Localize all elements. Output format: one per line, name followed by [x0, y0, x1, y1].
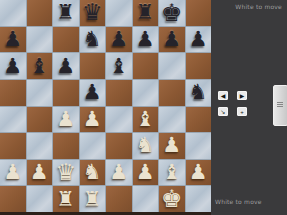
black-pawn[interactable]: ♟ — [162, 29, 181, 50]
status-text-bottom: White to move — [215, 198, 262, 205]
square-b6[interactable]: ♝ — [27, 53, 53, 79]
black-bishop[interactable]: ♝ — [109, 56, 128, 77]
square-b2[interactable]: ♟ — [27, 160, 53, 186]
white-bishop[interactable]: ♝ — [162, 162, 181, 183]
square-c5[interactable] — [53, 80, 79, 106]
square-f6[interactable] — [133, 53, 159, 79]
square-a5[interactable] — [0, 80, 26, 106]
square-g4[interactable] — [159, 107, 185, 133]
square-g3[interactable]: ♟ — [159, 133, 185, 159]
square-d4[interactable]: ♟ — [80, 107, 106, 133]
next-move-button[interactable]: ▶ — [237, 91, 247, 100]
black-rook[interactable]: ♜ — [136, 2, 155, 23]
square-c2[interactable]: ♛ — [53, 160, 79, 186]
square-a1[interactable] — [0, 186, 26, 212]
square-g5[interactable] — [159, 80, 185, 106]
square-d2[interactable]: ♞ — [80, 160, 106, 186]
square-d1[interactable]: ♜ — [80, 186, 106, 212]
square-c4[interactable]: ♟ — [53, 107, 79, 133]
black-bishop[interactable]: ♝ — [30, 56, 49, 77]
square-a7[interactable]: ♟ — [0, 27, 26, 53]
square-d6[interactable] — [80, 53, 106, 79]
white-pawn[interactable]: ♟ — [109, 162, 128, 183]
black-pawn[interactable]: ♟ — [189, 29, 208, 50]
square-f3[interactable]: ♞ — [133, 133, 159, 159]
black-rook[interactable]: ♜ — [56, 2, 75, 23]
white-bishop[interactable]: ♝ — [136, 109, 155, 130]
square-e8[interactable] — [106, 0, 132, 26]
square-h3[interactable] — [186, 133, 212, 159]
square-h2[interactable]: ♟ — [186, 160, 212, 186]
square-c7[interactable] — [53, 27, 79, 53]
black-pawn[interactable]: ♟ — [83, 82, 102, 103]
square-e3[interactable] — [106, 133, 132, 159]
square-f1[interactable] — [133, 186, 159, 212]
square-h1[interactable] — [186, 186, 212, 212]
square-b1[interactable] — [27, 186, 53, 212]
status-text-top: White to move — [235, 3, 282, 10]
white-rook[interactable]: ♜ — [56, 189, 75, 210]
zoom-board-button[interactable]: + — [237, 107, 247, 116]
white-pawn[interactable]: ♟ — [30, 162, 49, 183]
nav-buttons: ◀ ▶ ↘ + — [218, 91, 247, 116]
square-e2[interactable]: ♟ — [106, 160, 132, 186]
slider-grip-icon — [277, 102, 283, 103]
square-b5[interactable] — [27, 80, 53, 106]
square-e6[interactable]: ♝ — [106, 53, 132, 79]
square-c3[interactable] — [53, 133, 79, 159]
white-pawn[interactable]: ♟ — [162, 135, 181, 156]
square-c8[interactable]: ♜ — [53, 0, 79, 26]
black-queen[interactable]: ♛ — [82, 1, 103, 24]
black-pawn[interactable]: ♟ — [3, 29, 22, 50]
square-a2[interactable]: ♟ — [0, 160, 26, 186]
white-pawn[interactable]: ♟ — [83, 109, 102, 130]
square-g8[interactable]: ♚ — [159, 0, 185, 26]
square-a4[interactable] — [0, 107, 26, 133]
square-g7[interactable]: ♟ — [159, 27, 185, 53]
square-d5[interactable]: ♟ — [80, 80, 106, 106]
white-rook[interactable]: ♜ — [83, 189, 102, 210]
square-h8[interactable] — [186, 0, 212, 26]
square-h4[interactable] — [186, 107, 212, 133]
view-tilt-slider[interactable] — [273, 85, 287, 126]
square-d3[interactable] — [80, 133, 106, 159]
previous-move-button[interactable]: ◀ — [218, 91, 228, 100]
square-e4[interactable] — [106, 107, 132, 133]
board-edge — [0, 212, 211, 215]
square-h5[interactable]: ♞ — [186, 80, 212, 106]
square-a6[interactable]: ♟ — [0, 53, 26, 79]
square-f4[interactable]: ♝ — [133, 107, 159, 133]
white-pawn[interactable]: ♟ — [56, 109, 75, 130]
square-f8[interactable]: ♜ — [133, 0, 159, 26]
white-knight[interactable]: ♞ — [83, 162, 102, 183]
chess-board[interactable]: ♜♛♜♚♟♞♟♟♟♟♟♝♟♝♟♞♟♟♝♞♟♟♟♛♞♟♟♝♟♜♜♚ — [0, 0, 211, 212]
square-a3[interactable] — [0, 133, 26, 159]
black-pawn[interactable]: ♟ — [56, 56, 75, 77]
square-c6[interactable]: ♟ — [53, 53, 79, 79]
white-queen[interactable]: ♛ — [55, 161, 76, 184]
square-b8[interactable] — [27, 0, 53, 26]
square-d7[interactable]: ♞ — [80, 27, 106, 53]
square-c1[interactable]: ♜ — [53, 186, 79, 212]
square-h7[interactable]: ♟ — [186, 27, 212, 53]
white-pawn[interactable]: ♟ — [136, 162, 155, 183]
square-b7[interactable] — [27, 27, 53, 53]
square-g6[interactable] — [159, 53, 185, 79]
square-f5[interactable] — [133, 80, 159, 106]
square-h6[interactable] — [186, 53, 212, 79]
square-e5[interactable] — [106, 80, 132, 106]
square-f2[interactable]: ♟ — [133, 160, 159, 186]
black-pawn[interactable]: ♟ — [3, 56, 22, 77]
square-b3[interactable] — [27, 133, 53, 159]
black-knight[interactable]: ♞ — [83, 29, 102, 50]
black-pawn[interactable]: ♟ — [109, 29, 128, 50]
square-e7[interactable]: ♟ — [106, 27, 132, 53]
square-a8[interactable] — [0, 0, 26, 26]
black-knight[interactable]: ♞ — [189, 82, 208, 103]
square-g2[interactable]: ♝ — [159, 160, 185, 186]
white-king[interactable]: ♚ — [161, 187, 183, 211]
square-f7[interactable]: ♟ — [133, 27, 159, 53]
white-pawn[interactable]: ♟ — [189, 162, 208, 183]
white-knight[interactable]: ♞ — [136, 135, 155, 156]
square-g1[interactable]: ♚ — [159, 186, 185, 212]
square-d8[interactable]: ♛ — [80, 0, 106, 26]
black-king[interactable]: ♚ — [161, 1, 183, 25]
black-pawn[interactable]: ♟ — [136, 29, 155, 50]
square-e1[interactable] — [106, 186, 132, 212]
white-pawn[interactable]: ♟ — [3, 162, 22, 183]
rotate-board-button[interactable]: ↘ — [218, 107, 228, 116]
square-b4[interactable] — [27, 107, 53, 133]
